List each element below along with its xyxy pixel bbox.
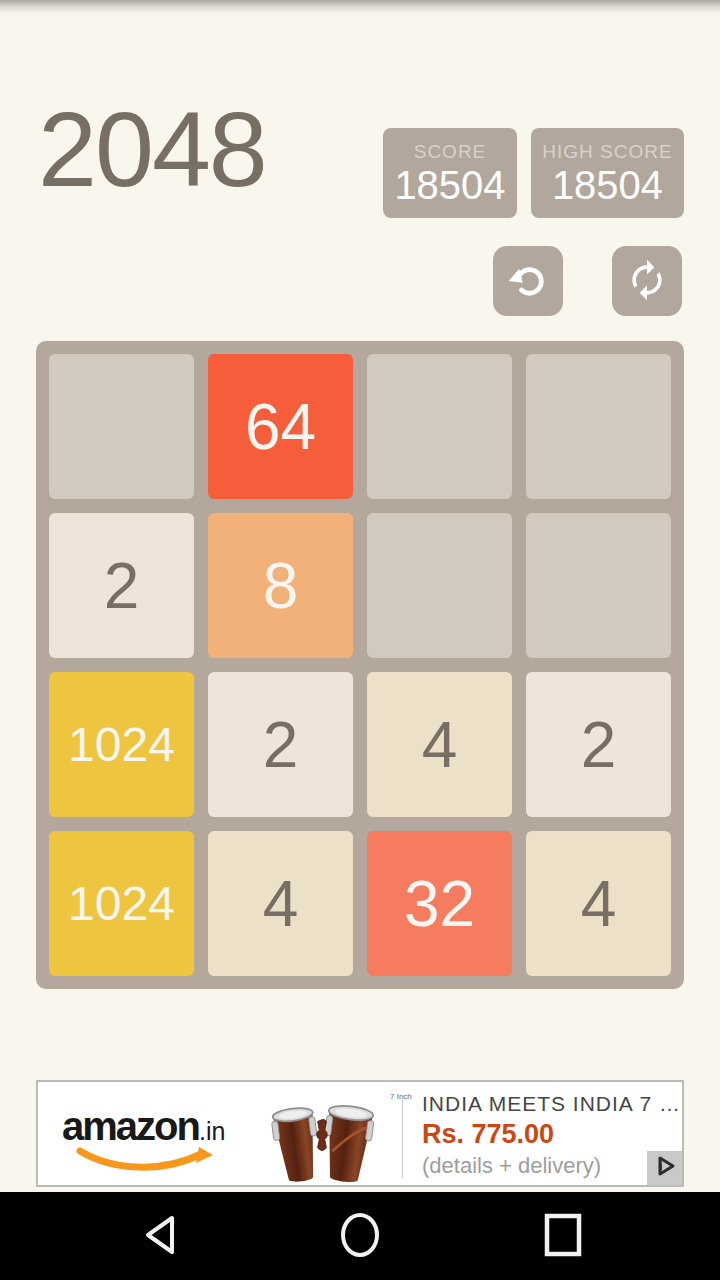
- tile-4: 4: [263, 872, 299, 936]
- nav-back-button[interactable]: [100, 1192, 220, 1280]
- undo-button[interactable]: [493, 246, 563, 316]
- tile-64: 64: [245, 395, 316, 459]
- score-label: SCORE: [414, 141, 487, 163]
- android-nav-bar: [0, 1192, 720, 1280]
- tile-2: 2: [581, 713, 617, 777]
- tile-1024: 1024: [68, 721, 175, 769]
- refresh-arrows-icon: [625, 258, 669, 305]
- cell-r2c3: [367, 513, 512, 658]
- ad-text-block: INDIA MEETS INDIA 7 … Rs. 775.00 (detail…: [422, 1092, 681, 1179]
- cell-r2c2: 8: [208, 513, 353, 658]
- cell-r3c2: 2: [208, 672, 353, 817]
- restart-button[interactable]: [612, 246, 682, 316]
- cell-r1c4: [526, 354, 671, 499]
- cell-r2c1: 2: [49, 513, 194, 658]
- recents-square-icon: [543, 1212, 583, 1261]
- nav-recents-button[interactable]: [503, 1192, 623, 1280]
- app-title: 2048: [38, 96, 266, 202]
- tile-4: 4: [581, 872, 617, 936]
- svg-text:i: i: [659, 1160, 662, 1172]
- bongo-drums-image: [256, 1090, 388, 1186]
- cell-r4c2: 4: [208, 831, 353, 976]
- amazon-logo-text: amazon: [62, 1104, 199, 1148]
- home-circle-icon: [338, 1211, 382, 1262]
- cell-r1c3: [367, 354, 512, 499]
- status-bar-shadow: [0, 0, 720, 14]
- tile-32: 32: [404, 872, 475, 936]
- score-box: SCORE 18504: [383, 128, 517, 218]
- cell-r4c1: 1024: [49, 831, 194, 976]
- tile-1024: 1024: [68, 880, 175, 928]
- ad-banner[interactable]: amazon.in: [36, 1080, 684, 1187]
- high-score-box: HIGH SCORE 18504: [531, 128, 684, 218]
- cell-r1c1: [49, 354, 194, 499]
- amazon-logo: amazon.in: [62, 1108, 242, 1146]
- cell-r1c2: 64: [208, 354, 353, 499]
- amazon-logo-suffix: .in: [199, 1117, 225, 1145]
- ad-divider: [402, 1100, 403, 1178]
- adchoices-button[interactable]: i: [647, 1151, 682, 1185]
- ad-details: (details + delivery): [422, 1153, 681, 1179]
- ad-size-caption: 7 Inch: [390, 1092, 412, 1101]
- tile-2: 2: [263, 713, 299, 777]
- cell-r2c4: [526, 513, 671, 658]
- amazon-smile-icon: [70, 1146, 220, 1176]
- undo-arrow-icon: [507, 259, 549, 304]
- ad-product-title: INDIA MEETS INDIA 7 …: [422, 1092, 681, 1116]
- cell-r4c3: 32: [367, 831, 512, 976]
- cell-r4c4: 4: [526, 831, 671, 976]
- score-value: 18504: [394, 165, 505, 205]
- high-score-label: HIGH SCORE: [542, 141, 672, 163]
- ad-price: Rs. 775.00: [422, 1119, 681, 1150]
- tile-2: 2: [104, 554, 140, 618]
- nav-home-button[interactable]: [300, 1192, 420, 1280]
- tile-4: 4: [422, 713, 458, 777]
- board-4x4[interactable]: 6428102424210244324: [36, 341, 684, 989]
- high-score-value: 18504: [552, 165, 663, 205]
- cell-r3c1: 1024: [49, 672, 194, 817]
- tile-8: 8: [263, 554, 299, 618]
- adchoices-triangle-icon: i: [653, 1154, 677, 1182]
- cell-r3c3: 4: [367, 672, 512, 817]
- back-triangle-icon: [141, 1213, 179, 1260]
- phone-screen: 2048 SCORE 18504 HIGH SCORE 18504 642810…: [0, 0, 720, 1280]
- cell-r3c4: 2: [526, 672, 671, 817]
